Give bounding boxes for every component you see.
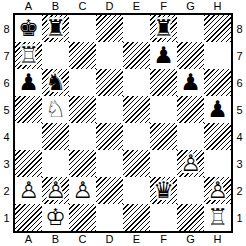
square-g8[interactable] (177, 15, 204, 42)
square-h5[interactable]: ♟ (204, 96, 231, 123)
square-g5[interactable] (177, 96, 204, 123)
piece-black-rook: ♜ (150, 15, 177, 42)
square-d8[interactable] (96, 15, 123, 42)
square-a6[interactable]: ♟ (15, 69, 42, 96)
square-e6[interactable] (123, 69, 150, 96)
file-labels-bottom: ABCDEFGH (13, 233, 233, 246)
square-g2[interactable] (177, 177, 204, 204)
piece-white-rook: ♜♖ (15, 42, 42, 69)
corner-top-left (0, 0, 13, 13)
rank-labels-right: 87654321 (233, 13, 246, 233)
piece-black-knight: ♞ (42, 69, 69, 96)
piece-white-pawn: ♟♙ (42, 177, 69, 204)
piece-black-rook: ♜ (42, 15, 69, 42)
square-f3[interactable] (150, 150, 177, 177)
rank-label: 7 (0, 42, 13, 69)
square-c5[interactable] (69, 96, 96, 123)
file-label: H (204, 233, 231, 246)
piece-white-pawn-outline: ♙ (180, 152, 201, 175)
square-a4[interactable] (15, 123, 42, 150)
piece-black-queen: ♛ (150, 177, 177, 204)
piece-white-pawn: ♟♙ (15, 177, 42, 204)
piece-white-pawn-outline: ♙ (45, 179, 66, 202)
square-b5[interactable]: ♞♘ (42, 96, 69, 123)
file-label: B (42, 0, 69, 13)
square-g3[interactable]: ♟♙ (177, 150, 204, 177)
square-e8[interactable] (123, 15, 150, 42)
piece-black-pawn: ♟ (204, 96, 231, 123)
square-b1[interactable]: ♚♔ (42, 204, 69, 231)
square-f7[interactable]: ♟ (150, 42, 177, 69)
square-e3[interactable] (123, 150, 150, 177)
piece-white-pawn: ♟♙ (177, 150, 204, 177)
file-label: G (177, 233, 204, 246)
file-labels-top: ABCDEFGH (13, 0, 233, 13)
square-g1[interactable] (177, 204, 204, 231)
square-b6[interactable]: ♞ (42, 69, 69, 96)
file-label: H (204, 0, 231, 13)
square-h6[interactable] (204, 69, 231, 96)
square-f5[interactable] (150, 96, 177, 123)
rank-label: 3 (233, 150, 246, 177)
square-h2[interactable]: ♟♙ (204, 177, 231, 204)
corner-top-right (233, 0, 246, 13)
chess-board: ♚♜♜♜♖♟♟♞♟♞♘♟♟♙♟♙♟♙♟♙♛♟♙♚♔♜♖ (13, 13, 233, 233)
file-label: B (42, 233, 69, 246)
file-label: C (69, 233, 96, 246)
rank-label: 5 (0, 96, 13, 123)
square-b3[interactable] (42, 150, 69, 177)
piece-black-pawn: ♟ (177, 69, 204, 96)
file-label: A (15, 233, 42, 246)
rank-label: 5 (233, 96, 246, 123)
square-f6[interactable] (150, 69, 177, 96)
square-c1[interactable] (69, 204, 96, 231)
piece-white-knight-outline: ♘ (45, 98, 66, 121)
square-f1[interactable] (150, 204, 177, 231)
piece-black-pawn: ♟ (150, 42, 177, 69)
square-c7[interactable] (69, 42, 96, 69)
rank-label: 2 (0, 177, 13, 204)
square-c2[interactable]: ♟♙ (69, 177, 96, 204)
square-b2[interactable]: ♟♙ (42, 177, 69, 204)
rank-label: 2 (233, 177, 246, 204)
square-a3[interactable] (15, 150, 42, 177)
square-c8[interactable] (69, 15, 96, 42)
square-g4[interactable] (177, 123, 204, 150)
rank-label: 1 (233, 204, 246, 231)
square-h4[interactable] (204, 123, 231, 150)
file-label: D (96, 233, 123, 246)
square-d1[interactable] (96, 204, 123, 231)
square-e5[interactable] (123, 96, 150, 123)
file-label: F (150, 0, 177, 13)
square-e2[interactable] (123, 177, 150, 204)
square-d6[interactable] (96, 69, 123, 96)
square-b4[interactable] (42, 123, 69, 150)
square-b7[interactable] (42, 42, 69, 69)
square-d4[interactable] (96, 123, 123, 150)
piece-white-rook: ♜♖ (204, 204, 231, 231)
square-a2[interactable]: ♟♙ (15, 177, 42, 204)
corner-bottom-right (233, 233, 246, 246)
square-a7[interactable]: ♜♖ (15, 42, 42, 69)
rank-label: 3 (0, 150, 13, 177)
square-e7[interactable] (123, 42, 150, 69)
rank-label: 1 (0, 204, 13, 231)
square-a8[interactable]: ♚ (15, 15, 42, 42)
square-d3[interactable] (96, 150, 123, 177)
square-c3[interactable] (69, 150, 96, 177)
piece-white-rook-outline: ♖ (18, 44, 39, 67)
square-f2[interactable]: ♛ (150, 177, 177, 204)
rank-label: 6 (0, 69, 13, 96)
square-a1[interactable] (15, 204, 42, 231)
square-f4[interactable] (150, 123, 177, 150)
file-label: F (150, 233, 177, 246)
square-e1[interactable] (123, 204, 150, 231)
piece-white-pawn: ♟♙ (204, 177, 231, 204)
file-label: E (123, 0, 150, 13)
rank-label: 4 (0, 123, 13, 150)
square-d5[interactable] (96, 96, 123, 123)
file-label: E (123, 233, 150, 246)
square-h8[interactable] (204, 15, 231, 42)
piece-white-pawn: ♟♙ (69, 177, 96, 204)
square-h7[interactable] (204, 42, 231, 69)
chess-diagram: ABCDEFGH 87654321 ♚♜♜♜♖♟♟♞♟♞♘♟♟♙♟♙♟♙♟♙♛♟… (0, 0, 246, 246)
square-g7[interactable] (177, 42, 204, 69)
square-b8[interactable]: ♜ (42, 15, 69, 42)
square-d7[interactable] (96, 42, 123, 69)
square-c4[interactable] (69, 123, 96, 150)
square-h1[interactable]: ♜♖ (204, 204, 231, 231)
rank-label: 8 (233, 15, 246, 42)
piece-white-king-outline: ♔ (45, 206, 66, 229)
file-label: A (15, 0, 42, 13)
rank-label: 4 (233, 123, 246, 150)
square-f8[interactable]: ♜ (150, 15, 177, 42)
piece-black-pawn: ♟ (15, 69, 42, 96)
rank-label: 7 (233, 42, 246, 69)
square-g6[interactable]: ♟ (177, 69, 204, 96)
rank-label: 6 (233, 69, 246, 96)
piece-white-pawn-outline: ♙ (207, 179, 228, 202)
corner-bottom-left (0, 233, 13, 246)
file-label: C (69, 0, 96, 13)
square-h3[interactable] (204, 150, 231, 177)
square-d2[interactable] (96, 177, 123, 204)
piece-black-king: ♚ (15, 15, 42, 42)
file-label: G (177, 0, 204, 13)
piece-white-king: ♚♔ (42, 204, 69, 231)
rank-labels-left: 87654321 (0, 13, 13, 233)
piece-white-pawn-outline: ♙ (72, 179, 93, 202)
piece-white-knight: ♞♘ (42, 96, 69, 123)
piece-white-rook-outline: ♖ (207, 206, 228, 229)
piece-white-pawn-outline: ♙ (18, 179, 39, 202)
file-label: D (96, 0, 123, 13)
rank-label: 8 (0, 15, 13, 42)
square-c6[interactable] (69, 69, 96, 96)
square-a5[interactable] (15, 96, 42, 123)
square-e4[interactable] (123, 123, 150, 150)
